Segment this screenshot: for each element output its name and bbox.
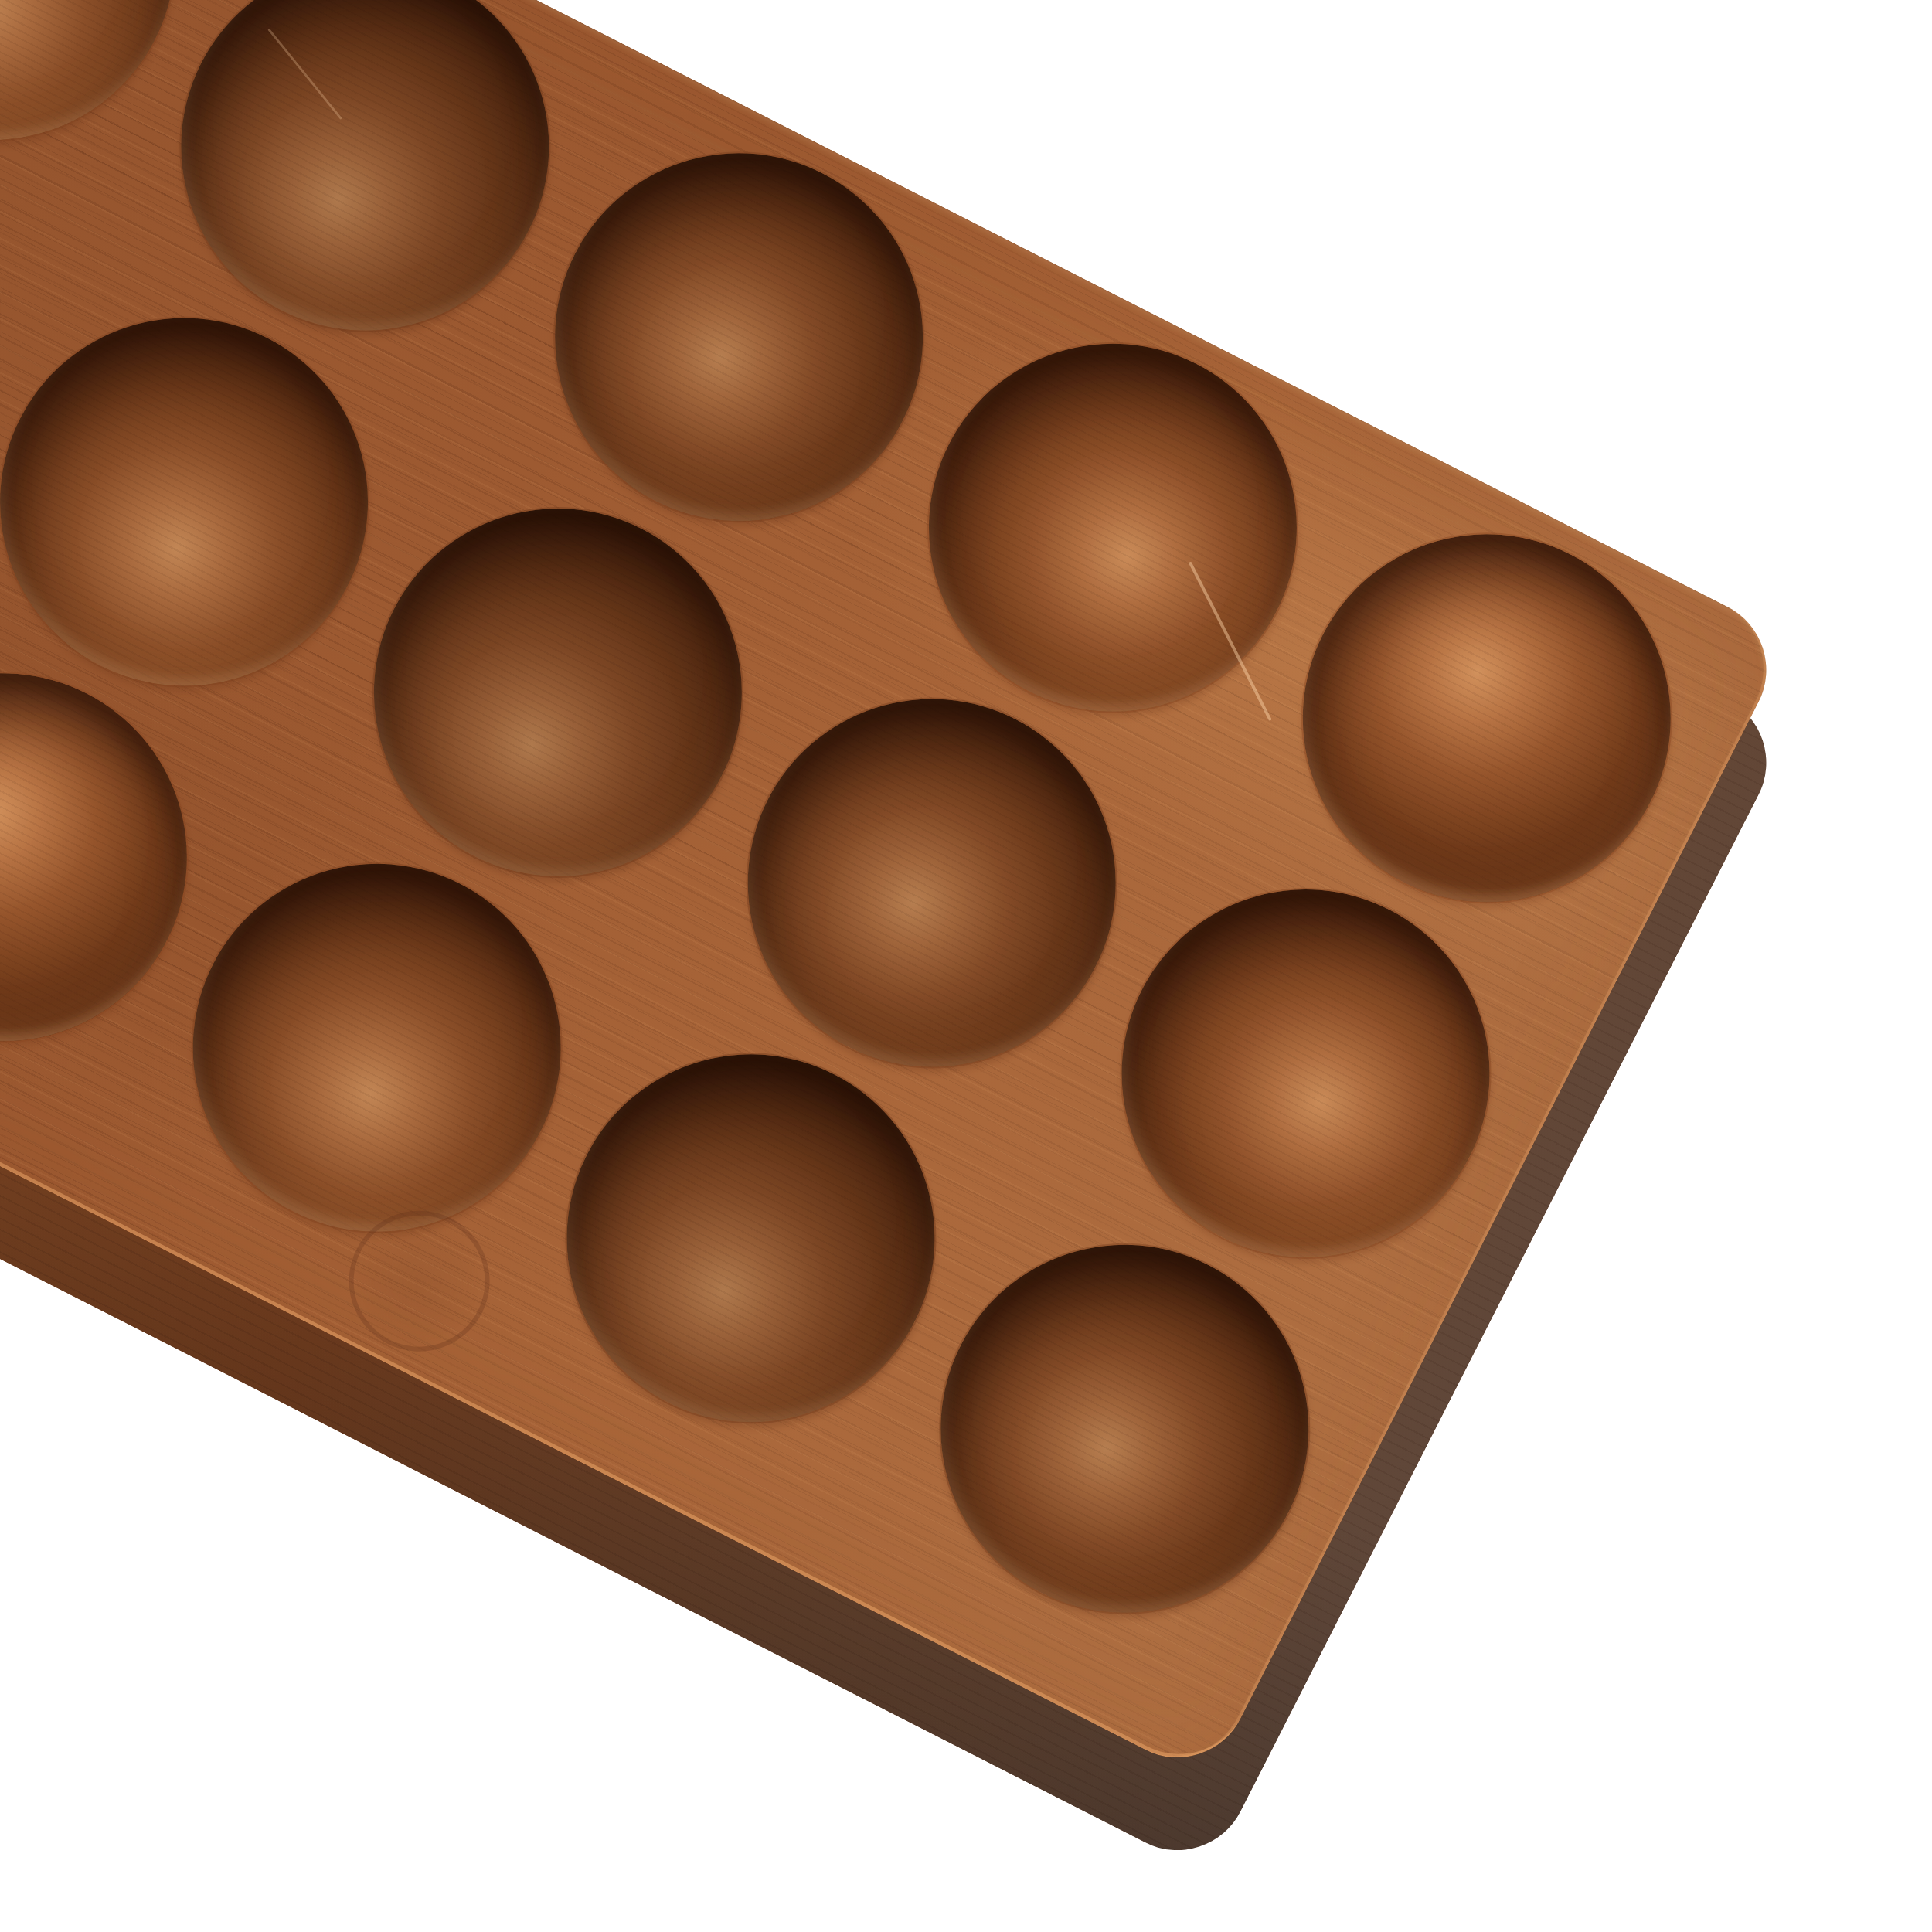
mancala-board <box>0 0 1791 1782</box>
scene <box>0 0 1932 1932</box>
pit-grid <box>0 0 1764 1702</box>
